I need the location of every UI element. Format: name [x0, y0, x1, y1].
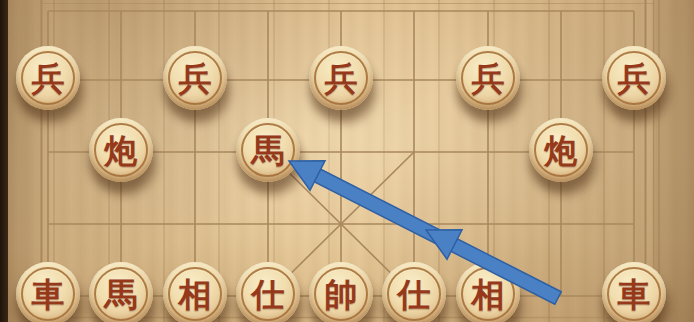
move-annotation-arrow	[0, 0, 694, 322]
xiangqi-app-screenshot: 兵兵兵兵兵炮馬炮車馬相仕帥仕相車	[0, 0, 694, 322]
